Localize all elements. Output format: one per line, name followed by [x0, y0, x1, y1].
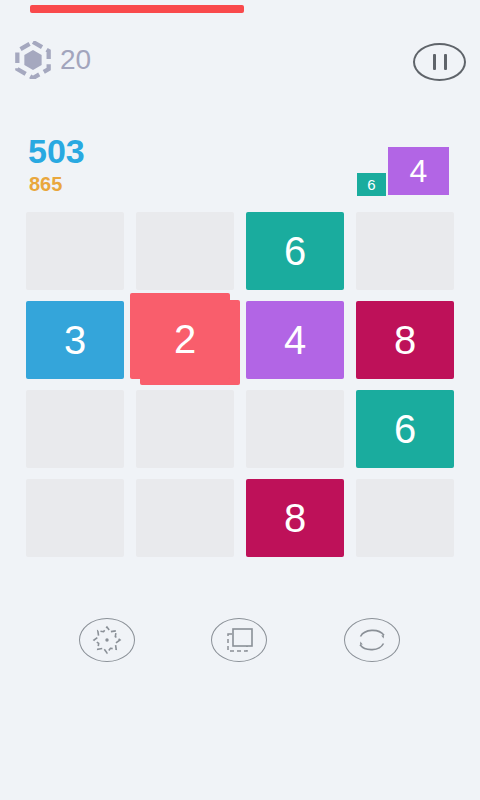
swap-powerup-button[interactable] — [211, 618, 267, 662]
next-tile-preview-second: 6 — [357, 173, 386, 196]
cell-empty-r3c1 — [136, 479, 234, 557]
next-tile-value: 6 — [367, 176, 375, 193]
cell-empty-r2c2 — [246, 390, 344, 468]
cell-empty-r0c0 — [26, 212, 124, 290]
pause-icon — [433, 54, 436, 70]
tile-6[interactable]: 6 — [356, 390, 454, 468]
cell-empty-r2c1 — [136, 390, 234, 468]
tile-6[interactable]: 6 — [246, 212, 344, 290]
top-red-strip — [30, 5, 244, 13]
tile-3[interactable]: 3 — [26, 301, 124, 379]
burst-icon — [89, 622, 125, 658]
tile-4[interactable]: 4 — [246, 301, 344, 379]
board: 634868 — [26, 212, 454, 557]
pause-icon — [444, 54, 447, 70]
score-best: 865 — [29, 172, 62, 196]
gem-icon — [14, 41, 52, 79]
pause-button[interactable] — [413, 43, 466, 81]
cell-empty-r0c3 — [356, 212, 454, 290]
active-tile[interactable]: 2 — [130, 293, 240, 385]
cell-empty-r3c0 — [26, 479, 124, 557]
rotate-powerup-button[interactable] — [344, 618, 400, 662]
rotate-icon — [354, 622, 390, 658]
next-tile-preview-first: 4 — [388, 147, 449, 195]
game-screen: 20 503 865 6 4 634868 2 — [0, 0, 480, 800]
cell-empty-r2c0 — [26, 390, 124, 468]
tile-8[interactable]: 8 — [356, 301, 454, 379]
score-current: 503 — [28, 132, 85, 170]
active-tile-value: 2 — [130, 293, 240, 385]
burst-powerup-button[interactable] — [79, 618, 135, 662]
cell-empty-r0c1 — [136, 212, 234, 290]
gems-count: 20 — [60, 44, 91, 76]
next-tile-value: 4 — [410, 153, 428, 190]
tile-8[interactable]: 8 — [246, 479, 344, 557]
swap-icon — [221, 622, 257, 658]
cell-empty-r3c3 — [356, 479, 454, 557]
